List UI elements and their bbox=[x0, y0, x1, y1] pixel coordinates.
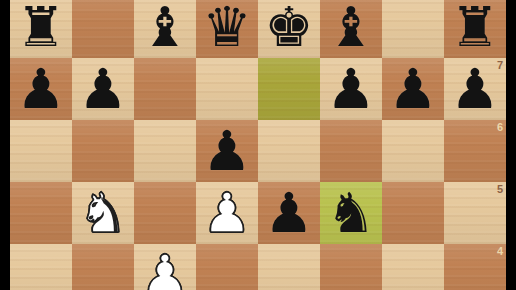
black-pawn[interactable]: ♟ bbox=[258, 182, 320, 244]
square-e8[interactable]: ♚ bbox=[258, 0, 320, 58]
square-h7[interactable]: 7♟ bbox=[444, 58, 506, 120]
white-pawn[interactable]: ♟ bbox=[134, 244, 196, 290]
square-b5[interactable]: ♞ bbox=[72, 182, 134, 244]
square-h8[interactable]: ♜ bbox=[444, 0, 506, 58]
square-g7[interactable]: ♟ bbox=[382, 58, 444, 120]
black-pawn[interactable]: ♟ bbox=[382, 58, 444, 120]
square-c4[interactable]: ♟ bbox=[134, 244, 196, 290]
square-h4[interactable]: 4 bbox=[444, 244, 506, 290]
white-knight[interactable]: ♞ bbox=[72, 182, 134, 244]
chess-board[interactable]: ♜♝♛♚♝♜♟♟♟♟7♟♟6♞♟♟♞5♟4 bbox=[10, 0, 506, 290]
square-c7[interactable] bbox=[134, 58, 196, 120]
rank-label-7: 7 bbox=[497, 59, 503, 71]
square-g4[interactable] bbox=[382, 244, 444, 290]
black-queen[interactable]: ♛ bbox=[196, 0, 258, 58]
square-e5[interactable]: ♟ bbox=[258, 182, 320, 244]
square-f6[interactable] bbox=[320, 120, 382, 182]
square-h6[interactable]: 6 bbox=[444, 120, 506, 182]
square-f5[interactable]: ♞ bbox=[320, 182, 382, 244]
square-e4[interactable] bbox=[258, 244, 320, 290]
square-a7[interactable]: ♟ bbox=[10, 58, 72, 120]
rank-label-5: 5 bbox=[497, 183, 503, 195]
white-pawn[interactable]: ♟ bbox=[196, 182, 258, 244]
square-b6[interactable] bbox=[72, 120, 134, 182]
square-d4[interactable] bbox=[196, 244, 258, 290]
square-f8[interactable]: ♝ bbox=[320, 0, 382, 58]
black-bishop[interactable]: ♝ bbox=[320, 0, 382, 58]
square-f4[interactable] bbox=[320, 244, 382, 290]
black-pawn[interactable]: ♟ bbox=[196, 120, 258, 182]
black-pawn[interactable]: ♟ bbox=[10, 58, 72, 120]
square-g8[interactable] bbox=[382, 0, 444, 58]
square-b4[interactable] bbox=[72, 244, 134, 290]
square-g5[interactable] bbox=[382, 182, 444, 244]
square-d5[interactable]: ♟ bbox=[196, 182, 258, 244]
square-a8[interactable]: ♜ bbox=[10, 0, 72, 58]
black-rook[interactable]: ♜ bbox=[444, 0, 506, 58]
square-f7[interactable]: ♟ bbox=[320, 58, 382, 120]
square-d7[interactable] bbox=[196, 58, 258, 120]
square-b8[interactable] bbox=[72, 0, 134, 58]
black-king[interactable]: ♚ bbox=[258, 0, 320, 58]
square-b7[interactable]: ♟ bbox=[72, 58, 134, 120]
square-a5[interactable] bbox=[10, 182, 72, 244]
square-c8[interactable]: ♝ bbox=[134, 0, 196, 58]
black-pawn[interactable]: ♟ bbox=[72, 58, 134, 120]
rank-label-4: 4 bbox=[497, 245, 503, 257]
square-c6[interactable] bbox=[134, 120, 196, 182]
square-d8[interactable]: ♛ bbox=[196, 0, 258, 58]
letterboxed-stage: ♜♝♛♚♝♜♟♟♟♟7♟♟6♞♟♟♞5♟4 bbox=[0, 0, 516, 290]
square-a6[interactable] bbox=[10, 120, 72, 182]
black-rook[interactable]: ♜ bbox=[10, 0, 72, 58]
black-knight[interactable]: ♞ bbox=[320, 182, 382, 244]
black-bishop[interactable]: ♝ bbox=[134, 0, 196, 58]
square-a4[interactable] bbox=[10, 244, 72, 290]
square-d6[interactable]: ♟ bbox=[196, 120, 258, 182]
square-e7[interactable] bbox=[258, 58, 320, 120]
rank-label-6: 6 bbox=[497, 121, 503, 133]
square-g6[interactable] bbox=[382, 120, 444, 182]
black-pawn[interactable]: ♟ bbox=[320, 58, 382, 120]
square-h5[interactable]: 5 bbox=[444, 182, 506, 244]
square-e6[interactable] bbox=[258, 120, 320, 182]
square-c5[interactable] bbox=[134, 182, 196, 244]
